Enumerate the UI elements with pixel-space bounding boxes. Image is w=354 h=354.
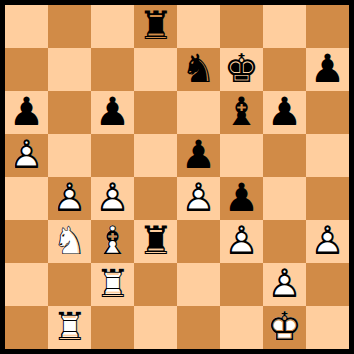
piece-white-pawn[interactable]: ♟♙ (263, 263, 306, 306)
square-c4[interactable]: ♟♙ (91, 177, 134, 220)
piece-white-pawn[interactable]: ♟♙ (48, 177, 91, 220)
white-pawn-outline-icon: ♙ (224, 220, 259, 259)
black-rook-icon: ♜ (138, 220, 173, 259)
black-pawn-icon: ♟ (224, 177, 259, 216)
square-e7[interactable]: ♞ (177, 48, 220, 91)
square-a4[interactable] (5, 177, 48, 220)
square-e3[interactable] (177, 220, 220, 263)
square-f4[interactable]: ♟ (220, 177, 263, 220)
square-b6[interactable] (48, 91, 91, 134)
square-c5[interactable] (91, 134, 134, 177)
piece-black-pawn[interactable]: ♟ (91, 91, 134, 134)
black-pawn-icon: ♟ (267, 91, 302, 130)
square-g7[interactable] (263, 48, 306, 91)
square-h3[interactable]: ♟♙ (306, 220, 349, 263)
square-h7[interactable]: ♟ (306, 48, 349, 91)
white-king-outline-icon: ♔ (267, 306, 302, 345)
piece-black-rook[interactable]: ♜ (134, 220, 177, 263)
square-g8[interactable] (263, 5, 306, 48)
piece-white-rook[interactable]: ♜♖ (91, 263, 134, 306)
square-b4[interactable]: ♟♙ (48, 177, 91, 220)
white-knight-outline-icon: ♘ (52, 220, 87, 259)
white-pawn-outline-icon: ♙ (310, 220, 345, 259)
piece-black-pawn[interactable]: ♟ (306, 48, 349, 91)
piece-black-knight[interactable]: ♞ (177, 48, 220, 91)
square-a2[interactable] (5, 263, 48, 306)
square-f1[interactable] (220, 306, 263, 349)
piece-white-pawn[interactable]: ♟♙ (5, 134, 48, 177)
white-rook-outline-icon: ♖ (95, 263, 130, 302)
piece-white-rook[interactable]: ♜♖ (48, 306, 91, 349)
black-knight-icon: ♞ (181, 48, 216, 87)
square-e4[interactable]: ♟♙ (177, 177, 220, 220)
white-pawn-outline-icon: ♙ (267, 263, 302, 302)
square-h6[interactable] (306, 91, 349, 134)
black-pawn-icon: ♟ (181, 134, 216, 173)
black-pawn-icon: ♟ (310, 48, 345, 87)
square-b5[interactable] (48, 134, 91, 177)
square-f8[interactable] (220, 5, 263, 48)
piece-white-bishop[interactable]: ♝♗ (91, 220, 134, 263)
square-d2[interactable] (134, 263, 177, 306)
square-e1[interactable] (177, 306, 220, 349)
square-g1[interactable]: ♚♔ (263, 306, 306, 349)
square-f7[interactable]: ♚ (220, 48, 263, 91)
white-pawn-outline-icon: ♙ (181, 177, 216, 216)
square-b3[interactable]: ♞♘ (48, 220, 91, 263)
square-d8[interactable]: ♜ (134, 5, 177, 48)
square-d3[interactable]: ♜ (134, 220, 177, 263)
square-f3[interactable]: ♟♙ (220, 220, 263, 263)
piece-white-pawn[interactable]: ♟♙ (91, 177, 134, 220)
square-a7[interactable] (5, 48, 48, 91)
white-pawn-outline-icon: ♙ (52, 177, 87, 216)
piece-black-pawn[interactable]: ♟ (263, 91, 306, 134)
square-a1[interactable] (5, 306, 48, 349)
square-a8[interactable] (5, 5, 48, 48)
square-f5[interactable] (220, 134, 263, 177)
square-d4[interactable] (134, 177, 177, 220)
piece-white-king[interactable]: ♚♔ (263, 306, 306, 349)
square-d7[interactable] (134, 48, 177, 91)
piece-black-pawn[interactable]: ♟ (177, 134, 220, 177)
piece-white-knight[interactable]: ♞♘ (48, 220, 91, 263)
square-h1[interactable] (306, 306, 349, 349)
black-rook-icon: ♜ (138, 5, 173, 44)
square-d6[interactable] (134, 91, 177, 134)
square-f6[interactable]: ♝ (220, 91, 263, 134)
square-b1[interactable]: ♜♖ (48, 306, 91, 349)
square-e6[interactable] (177, 91, 220, 134)
chess-board: ♜♞♚♟♟♟♝♟♟♙♟♟♙♟♙♟♙♟♞♘♝♗♜♟♙♟♙♜♖♟♙♜♖♚♔ (5, 5, 349, 349)
piece-black-rook[interactable]: ♜ (134, 5, 177, 48)
square-f2[interactable] (220, 263, 263, 306)
square-g3[interactable] (263, 220, 306, 263)
square-c8[interactable] (91, 5, 134, 48)
white-pawn-outline-icon: ♙ (9, 134, 44, 173)
square-b2[interactable] (48, 263, 91, 306)
square-e2[interactable] (177, 263, 220, 306)
white-bishop-outline-icon: ♗ (95, 220, 130, 259)
square-a5[interactable]: ♟♙ (5, 134, 48, 177)
square-a6[interactable]: ♟ (5, 91, 48, 134)
piece-white-pawn[interactable]: ♟♙ (220, 220, 263, 263)
square-c6[interactable]: ♟ (91, 91, 134, 134)
piece-black-king[interactable]: ♚ (220, 48, 263, 91)
black-king-icon: ♚ (224, 48, 259, 87)
square-d5[interactable] (134, 134, 177, 177)
square-c2[interactable]: ♜♖ (91, 263, 134, 306)
square-g5[interactable] (263, 134, 306, 177)
square-c3[interactable]: ♝♗ (91, 220, 134, 263)
square-b7[interactable] (48, 48, 91, 91)
square-c7[interactable] (91, 48, 134, 91)
square-g2[interactable]: ♟♙ (263, 263, 306, 306)
piece-white-pawn[interactable]: ♟♙ (306, 220, 349, 263)
white-rook-outline-icon: ♖ (52, 306, 87, 345)
black-bishop-icon: ♝ (224, 91, 259, 130)
piece-white-pawn[interactable]: ♟♙ (177, 177, 220, 220)
black-pawn-icon: ♟ (9, 91, 44, 130)
square-e8[interactable] (177, 5, 220, 48)
square-g4[interactable] (263, 177, 306, 220)
square-d1[interactable] (134, 306, 177, 349)
square-h4[interactable] (306, 177, 349, 220)
square-c1[interactable] (91, 306, 134, 349)
square-g6[interactable]: ♟ (263, 91, 306, 134)
square-e5[interactable]: ♟ (177, 134, 220, 177)
square-h2[interactable] (306, 263, 349, 306)
square-h8[interactable] (306, 5, 349, 48)
square-a3[interactable] (5, 220, 48, 263)
square-b8[interactable] (48, 5, 91, 48)
square-h5[interactable] (306, 134, 349, 177)
piece-black-pawn[interactable]: ♟ (220, 177, 263, 220)
chess-board-frame: ♜♞♚♟♟♟♝♟♟♙♟♟♙♟♙♟♙♟♞♘♝♗♜♟♙♟♙♜♖♟♙♜♖♚♔ (0, 0, 354, 354)
black-pawn-icon: ♟ (95, 91, 130, 130)
piece-black-pawn[interactable]: ♟ (5, 91, 48, 134)
piece-black-bishop[interactable]: ♝ (220, 91, 263, 134)
white-pawn-outline-icon: ♙ (95, 177, 130, 216)
